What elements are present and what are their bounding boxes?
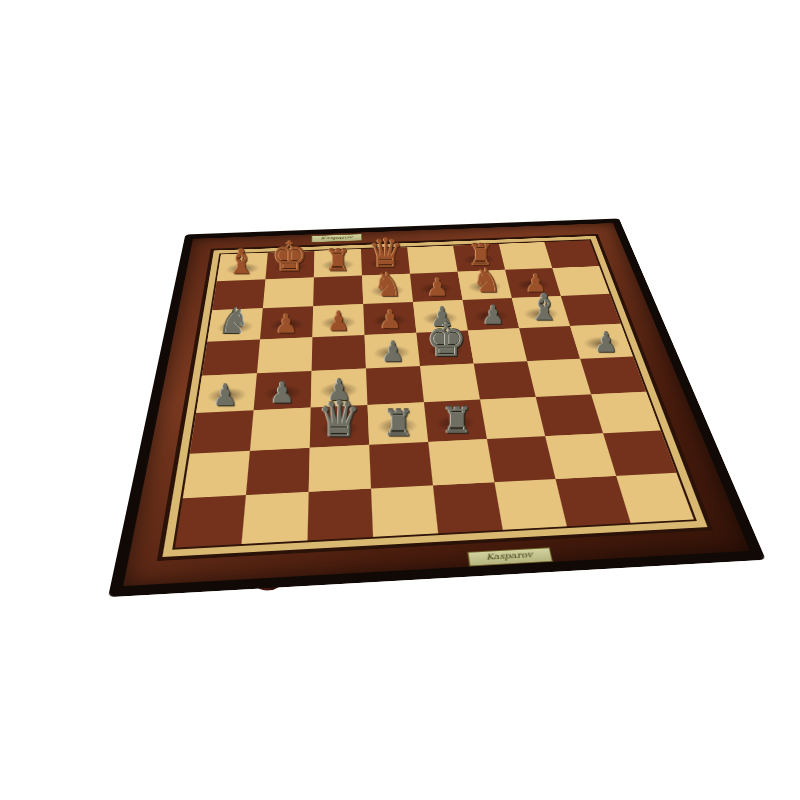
piece-pewter-bishop[interactable]: ♝ — [528, 289, 560, 325]
piece-pewter-king[interactable]: ♚ — [426, 317, 467, 363]
square-b6[interactable]: ♟ — [260, 306, 313, 339]
square-e8[interactable] — [407, 246, 458, 274]
square-g1[interactable] — [556, 476, 631, 526]
piece-pewter-rook[interactable]: ♜ — [441, 402, 473, 438]
square-c1[interactable] — [308, 489, 374, 541]
square-d4[interactable] — [366, 366, 424, 405]
square-b2[interactable] — [246, 448, 310, 495]
piece-pewter-queen[interactable]: ♛ — [317, 395, 361, 444]
piece-copper-pawn[interactable]: ♟ — [327, 308, 350, 334]
square-f3[interactable] — [480, 397, 545, 439]
piece-copper-pawn[interactable]: ♟ — [379, 306, 402, 332]
piece-copper-knight[interactable]: ♞ — [373, 268, 403, 301]
square-a5[interactable] — [202, 339, 260, 375]
piece-pewter-knight[interactable]: ♞ — [218, 304, 249, 339]
piece-copper-pawn[interactable]: ♟ — [275, 311, 298, 337]
piece-pewter-pawn[interactable]: ♟ — [270, 378, 295, 406]
square-g8[interactable] — [499, 242, 552, 270]
square-h7[interactable] — [552, 266, 609, 296]
square-d6[interactable]: ♟ — [363, 302, 416, 335]
square-e1[interactable] — [433, 482, 503, 533]
piece-pewter-pawn[interactable]: ♟ — [594, 329, 618, 356]
square-e7[interactable]: ♟ — [410, 272, 463, 302]
piece-pewter-pawn[interactable]: ♟ — [482, 302, 505, 328]
square-c2[interactable] — [309, 445, 371, 492]
square-d3[interactable]: ♜ — [368, 402, 429, 445]
square-e3[interactable]: ♜ — [424, 400, 487, 442]
square-g2[interactable] — [545, 433, 616, 479]
square-c3[interactable]: ♛ — [310, 405, 369, 448]
square-c8[interactable]: ♜ — [314, 249, 362, 277]
square-a3[interactable] — [190, 410, 254, 453]
square-b1[interactable] — [242, 492, 309, 544]
square-g5[interactable] — [519, 326, 580, 361]
square-a6[interactable]: ♞ — [207, 308, 263, 341]
product-photo: ♝♚♜♛♜♞♟♞♟♞♟♟♟♟♟♝♟♚♟♟♟♟♛♜♜ Kasparov Kaspa… — [0, 0, 800, 800]
square-a1[interactable] — [175, 495, 246, 548]
piece-copper-bishop[interactable]: ♝ — [226, 245, 256, 279]
square-b3[interactable] — [250, 408, 311, 451]
square-d5[interactable]: ♟ — [365, 333, 420, 369]
square-a2[interactable] — [183, 451, 250, 499]
piece-copper-rook[interactable]: ♜ — [325, 246, 351, 275]
piece-copper-pawn[interactable]: ♟ — [427, 275, 449, 300]
square-f1[interactable] — [494, 479, 566, 530]
piece-copper-king[interactable]: ♚ — [271, 236, 308, 277]
square-b8[interactable]: ♚ — [265, 251, 314, 280]
square-d1[interactable] — [371, 485, 438, 536]
square-f2[interactable] — [487, 436, 556, 482]
piece-pewter-rook[interactable]: ♜ — [382, 405, 414, 441]
piece-pewter-pawn[interactable]: ♟ — [381, 338, 405, 365]
piece-pewter-pawn[interactable]: ♟ — [212, 381, 238, 409]
piece-copper-knight[interactable]: ♞ — [472, 264, 502, 297]
square-e2[interactable] — [428, 439, 494, 485]
board-scene: ♝♚♜♛♜♞♟♞♟♞♟♟♟♟♟♝♟♚♟♟♟♟♛♜♜ Kasparov Kaspa… — [150, 90, 690, 650]
square-f6[interactable]: ♟ — [463, 298, 520, 331]
board-assembly: ♝♚♜♛♜♞♟♞♟♞♟♟♟♟♟♝♟♚♟♟♟♟♛♜♜ Kasparov Kaspa… — [175, 240, 694, 547]
